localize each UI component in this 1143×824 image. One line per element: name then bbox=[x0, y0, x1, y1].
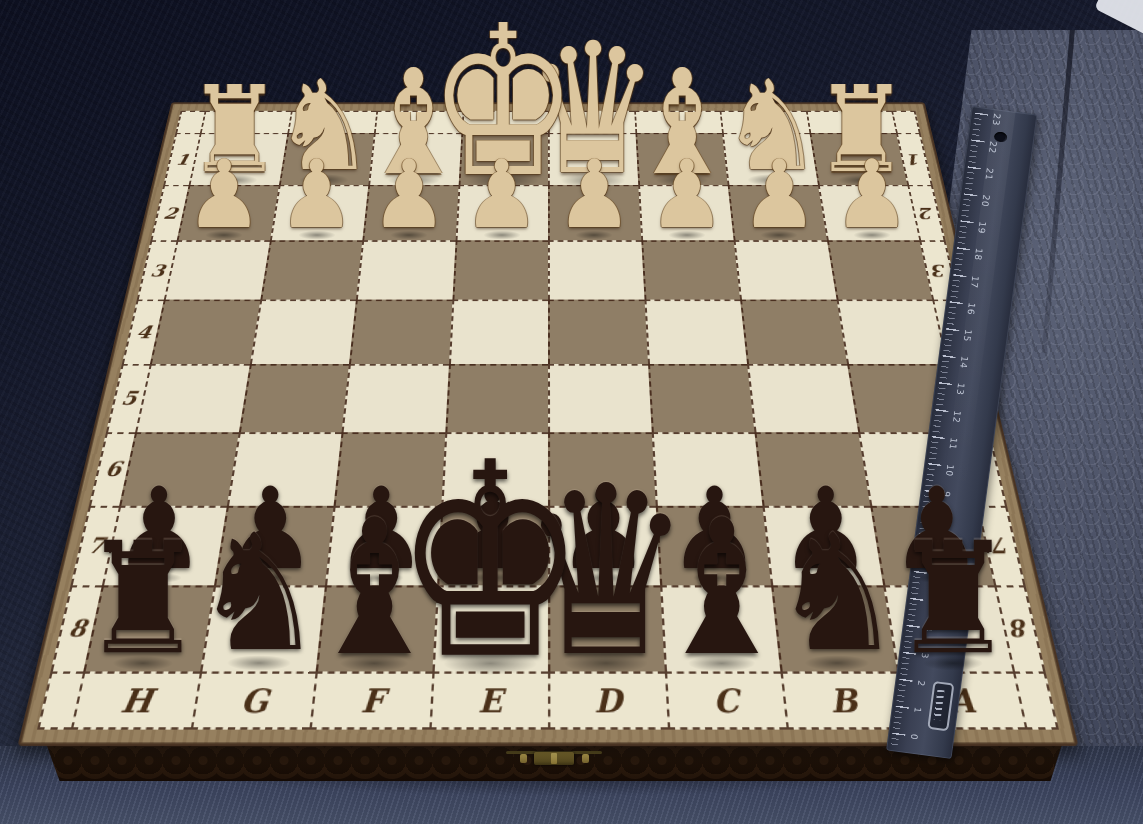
square-g4 bbox=[250, 300, 356, 364]
piece-shadow bbox=[568, 229, 621, 242]
piece-shadow bbox=[383, 229, 436, 242]
piece-black-pawn-e7: ♟ bbox=[446, 473, 538, 586]
square-c1 bbox=[635, 133, 728, 185]
rank-label-left-4: 4 bbox=[122, 300, 164, 364]
piece-white-pawn-e2: ♟ bbox=[463, 148, 540, 242]
piece-white-rook-h1: ♜ bbox=[187, 71, 282, 190]
square-h5 bbox=[135, 364, 249, 432]
piece-black-pawn-h7: ♟ bbox=[113, 473, 205, 586]
board-border-top bbox=[461, 111, 548, 133]
square-f7 bbox=[325, 506, 441, 586]
piece-black-pawn-b7: ♟ bbox=[780, 473, 872, 586]
piece-white-pawn-d2: ♟ bbox=[556, 148, 633, 242]
square-f5 bbox=[342, 364, 449, 432]
square-b1 bbox=[722, 133, 817, 185]
square-g1 bbox=[279, 133, 374, 185]
piece-shadow bbox=[202, 172, 268, 188]
board-border-corner bbox=[891, 111, 920, 133]
piece-shadow bbox=[238, 570, 302, 585]
square-c4 bbox=[644, 300, 747, 364]
square-b8 bbox=[771, 585, 897, 671]
piece-white-king-e1: ♚ bbox=[429, 0, 578, 206]
square-b6 bbox=[754, 432, 869, 506]
ruler-cm-6: 6 bbox=[929, 571, 941, 586]
piece-shadow bbox=[737, 172, 807, 189]
square-h8 bbox=[83, 585, 213, 671]
piece-shadow bbox=[350, 570, 414, 585]
piece-black-knight-b8: ♞ bbox=[772, 514, 903, 675]
piece-white-pawn-g2: ♟ bbox=[278, 148, 355, 242]
piece-shadow bbox=[198, 229, 251, 242]
piece-shadow bbox=[845, 229, 898, 242]
square-d4 bbox=[548, 300, 648, 364]
square-g2 bbox=[270, 185, 369, 241]
square-g6 bbox=[226, 432, 341, 506]
brass-clasp bbox=[506, 749, 602, 767]
ruler-cm-19: 19 bbox=[976, 221, 988, 236]
piece-shadow bbox=[452, 168, 555, 193]
ruler-cm-11: 11 bbox=[947, 437, 959, 452]
square-g3 bbox=[260, 240, 362, 299]
square-h3 bbox=[164, 240, 270, 299]
ruler-cm-18: 18 bbox=[972, 248, 984, 263]
ruler-cm-17: 17 bbox=[969, 275, 981, 290]
ruler-cm-9: 9 bbox=[940, 491, 952, 506]
ruler-cm-2: 2 bbox=[915, 679, 927, 694]
piece-white-queen-d1: ♛ bbox=[526, 20, 659, 201]
piece-black-knight-g8: ♞ bbox=[193, 514, 324, 675]
square-d3 bbox=[548, 240, 644, 299]
board-border-top bbox=[720, 111, 809, 133]
rank-label-left-8: 8 bbox=[51, 585, 102, 671]
square-d7 bbox=[548, 506, 660, 586]
square-b4 bbox=[740, 300, 846, 364]
square-e6 bbox=[441, 432, 548, 506]
file-label-c: C bbox=[664, 671, 786, 729]
piece-white-pawn-c2: ♟ bbox=[648, 148, 725, 242]
rank-label-left-6: 6 bbox=[89, 432, 135, 506]
piece-black-rook-h8: ♜ bbox=[81, 522, 204, 676]
square-f1 bbox=[368, 133, 461, 185]
rank-label-right-2: 2 bbox=[907, 185, 945, 241]
piece-shadow bbox=[213, 652, 304, 674]
ruler-cm-8: 8 bbox=[936, 518, 948, 533]
ruler-cm-13: 13 bbox=[954, 383, 966, 398]
file-label-d: D bbox=[548, 671, 667, 729]
square-e8 bbox=[432, 585, 548, 671]
ruler-cm-1: 1 bbox=[911, 706, 923, 721]
ruler-brand-mark bbox=[934, 690, 945, 721]
rank-label-left-3: 3 bbox=[137, 240, 177, 299]
piece-shadow bbox=[753, 229, 806, 242]
square-c2 bbox=[638, 185, 734, 241]
piece-shadow bbox=[683, 570, 747, 585]
piece-white-pawn-b2: ♟ bbox=[741, 148, 818, 242]
piece-black-pawn-f7: ♟ bbox=[335, 473, 427, 586]
rank-label-right-1: 1 bbox=[896, 133, 933, 185]
square-e7 bbox=[436, 506, 548, 586]
ruler-cm-22: 22 bbox=[987, 140, 999, 155]
square-c6 bbox=[651, 432, 762, 506]
ruler-cm-20: 20 bbox=[980, 194, 992, 209]
piece-shadow bbox=[461, 570, 525, 585]
square-f6 bbox=[334, 432, 445, 506]
square-d6 bbox=[548, 432, 655, 506]
ruler-cm-7: 7 bbox=[933, 545, 945, 560]
piece-shadow bbox=[475, 229, 528, 242]
piece-shadow bbox=[572, 570, 636, 585]
square-b5 bbox=[747, 364, 858, 432]
piece-white-knight-b1: ♞ bbox=[721, 65, 823, 190]
square-h1 bbox=[189, 133, 287, 185]
ruler-cm-5: 5 bbox=[926, 598, 938, 613]
piece-white-bishop-f1: ♝ bbox=[360, 51, 468, 196]
clasp-pin-left bbox=[520, 754, 527, 763]
file-label-f: F bbox=[309, 671, 431, 729]
square-g8 bbox=[199, 585, 325, 671]
square-d1 bbox=[548, 133, 638, 185]
ruler-cm-3: 3 bbox=[918, 652, 930, 667]
scene-photo: 1122334455667788HGFEDCBA ♜♞♝♛♚♝♞♜♟♟♟♟♟♟♟… bbox=[0, 0, 1143, 824]
square-c5 bbox=[648, 364, 755, 432]
ruler-cm-10: 10 bbox=[944, 464, 956, 479]
piece-shadow bbox=[376, 171, 451, 189]
board-border-top bbox=[548, 111, 635, 133]
piece-shadow bbox=[423, 647, 556, 679]
piece-shadow bbox=[289, 172, 359, 189]
piece-shadow bbox=[127, 570, 191, 585]
square-b2 bbox=[728, 185, 827, 241]
square-b7 bbox=[762, 506, 882, 586]
piece-shadow bbox=[546, 649, 665, 678]
square-f2 bbox=[362, 185, 458, 241]
clasp-pin-right bbox=[582, 754, 589, 763]
board-border-top bbox=[805, 111, 896, 133]
piece-black-pawn-g7: ♟ bbox=[224, 473, 316, 586]
file-label-e: E bbox=[429, 671, 548, 729]
square-a1 bbox=[809, 133, 907, 185]
square-c8 bbox=[660, 585, 781, 671]
ruler-cm-16: 16 bbox=[965, 302, 977, 317]
board-border-top bbox=[200, 111, 291, 133]
piece-black-king-e8: ♚ bbox=[394, 428, 587, 697]
file-label-g: G bbox=[190, 671, 316, 729]
clasp-knob bbox=[551, 753, 557, 764]
ruler-cm-12: 12 bbox=[951, 410, 963, 425]
rank-label-left-2: 2 bbox=[151, 185, 189, 241]
piece-shadow bbox=[673, 652, 770, 675]
square-f8 bbox=[316, 585, 437, 671]
ruler-cm-0: 0 bbox=[908, 733, 920, 748]
file-label-h: H bbox=[71, 671, 200, 729]
board-border-corner bbox=[37, 671, 83, 729]
square-f3 bbox=[356, 240, 455, 299]
square-c3 bbox=[641, 240, 740, 299]
rank-label-left-1: 1 bbox=[163, 133, 200, 185]
piece-black-bishop-f8: ♝ bbox=[305, 497, 445, 684]
square-b3 bbox=[734, 240, 836, 299]
piece-shadow bbox=[326, 652, 423, 675]
square-a3 bbox=[826, 240, 932, 299]
piece-white-bishop-c1: ♝ bbox=[628, 51, 736, 196]
piece-shadow bbox=[794, 570, 858, 585]
ruler-cm-23: 23 bbox=[990, 113, 1002, 128]
square-a2 bbox=[817, 185, 919, 241]
piece-white-pawn-a2: ♟ bbox=[834, 148, 911, 242]
ruler-cm-14: 14 bbox=[958, 356, 970, 371]
piece-white-pawn-h2: ♟ bbox=[186, 148, 263, 242]
piece-white-knight-g1: ♞ bbox=[273, 65, 375, 190]
square-f4 bbox=[349, 300, 452, 364]
square-e5 bbox=[445, 364, 548, 432]
square-h2 bbox=[177, 185, 279, 241]
board-border-top bbox=[634, 111, 722, 133]
square-h4 bbox=[150, 300, 260, 364]
piece-white-rook-a1: ♜ bbox=[814, 71, 909, 190]
piece-shadow bbox=[645, 171, 720, 189]
piece-black-bishop-c8: ♝ bbox=[652, 497, 792, 684]
square-e4 bbox=[449, 300, 549, 364]
piece-shadow bbox=[100, 653, 185, 674]
file-label-b: B bbox=[780, 671, 906, 729]
square-d2 bbox=[548, 185, 641, 241]
piece-black-pawn-d7: ♟ bbox=[558, 473, 650, 586]
piece-shadow bbox=[547, 169, 639, 191]
square-c7 bbox=[655, 506, 771, 586]
square-a4 bbox=[836, 300, 946, 364]
piece-shadow bbox=[829, 172, 895, 188]
rank-label-left-5: 5 bbox=[106, 364, 150, 432]
ruler-cm-21: 21 bbox=[983, 167, 995, 182]
piece-black-queen-d8: ♛ bbox=[520, 456, 692, 690]
square-d8 bbox=[548, 585, 664, 671]
square-h6 bbox=[119, 432, 238, 506]
square-h7 bbox=[102, 506, 226, 586]
ruler-cm-4: 4 bbox=[922, 625, 934, 640]
piece-shadow bbox=[660, 229, 713, 242]
piece-shadow bbox=[792, 652, 883, 674]
square-e3 bbox=[452, 240, 548, 299]
ruler-cm-15: 15 bbox=[962, 329, 974, 344]
square-g7 bbox=[213, 506, 333, 586]
square-e1 bbox=[458, 133, 548, 185]
board-border-corner bbox=[176, 111, 205, 133]
square-d5 bbox=[548, 364, 651, 432]
piece-black-pawn-c7: ♟ bbox=[669, 473, 761, 586]
square-g5 bbox=[238, 364, 349, 432]
square-e2 bbox=[455, 185, 548, 241]
board-border-top bbox=[287, 111, 376, 133]
piece-shadow bbox=[290, 229, 343, 242]
rank-label-left-7: 7 bbox=[71, 506, 120, 586]
board-border-top bbox=[374, 111, 462, 133]
piece-white-pawn-f2: ♟ bbox=[371, 148, 448, 242]
